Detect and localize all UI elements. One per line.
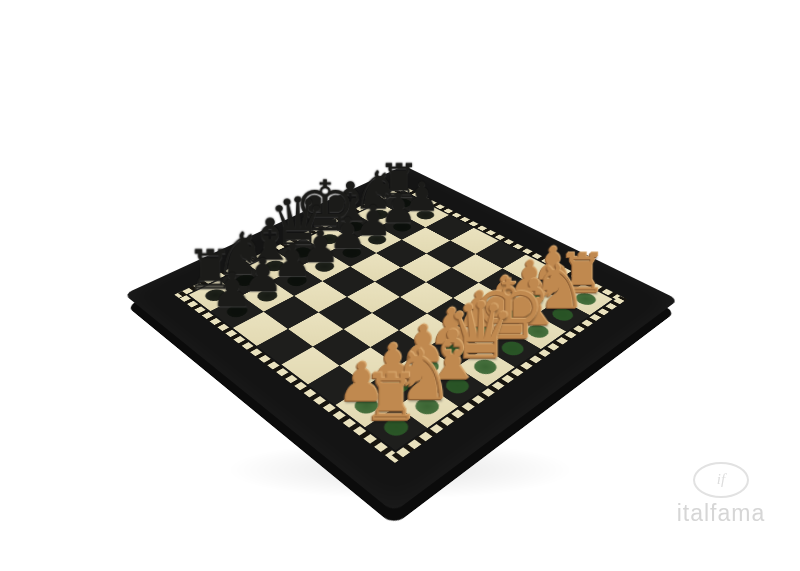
board-field: ♜♞♝♛♚♝♞♜♟♟♟♟♟♟♟♟♟♟♟♟♟♟♟♟♜♞♝♛♚♝♞♜ <box>189 192 613 451</box>
watermark-text: italfama <box>656 500 786 527</box>
watermark: if italfama <box>656 462 786 527</box>
black-pawn-icon: ♟ <box>186 267 278 314</box>
white-rook-icon: ♜ <box>337 366 445 431</box>
italfama-logo-icon: if <box>693 462 749 498</box>
scene: ♜♞♝♛♚♝♞♜♟♟♟♟♟♟♟♟♟♟♟♟♟♟♟♟♜♞♝♛♚♝♞♜ if ital… <box>0 0 800 571</box>
